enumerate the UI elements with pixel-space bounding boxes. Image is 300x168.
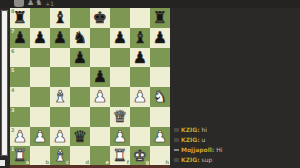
square-a5[interactable]: 5 — [10, 67, 30, 87]
square-b1[interactable]: b — [30, 146, 50, 166]
flag-icon-alt — [174, 149, 179, 151]
piece-black-queen[interactable]: ♛ — [70, 127, 90, 147]
square-h4[interactable]: ♞ — [150, 87, 170, 107]
square-c8[interactable]: ♝ — [50, 8, 70, 28]
chat-message: KZIG:sup — [174, 156, 298, 164]
captured-white-knight-icon: ♞ — [35, 0, 42, 7]
square-e3[interactable] — [90, 107, 110, 127]
top-player-bar: ♟♞+1 — [0, 0, 300, 8]
captured-pieces-tray: ♟♞+1 — [27, 0, 54, 8]
square-c1[interactable]: c♝ — [50, 146, 70, 166]
square-g7[interactable]: ♝ — [130, 28, 150, 48]
square-g1[interactable]: g♚ — [130, 146, 150, 166]
piece-white-pawn[interactable]: ♟ — [150, 127, 170, 147]
square-e4[interactable]: ♟ — [90, 87, 110, 107]
piece-white-bishop[interactable]: ♝ — [50, 146, 70, 166]
square-h7[interactable]: ♟ — [150, 28, 170, 48]
square-f8[interactable] — [110, 8, 130, 28]
page-corner — [0, 160, 5, 166]
rank-label-6: 6 — [11, 49, 14, 54]
piece-white-pawn[interactable]: ♟ — [30, 127, 50, 147]
piece-white-king[interactable]: ♚ — [130, 146, 150, 166]
piece-white-queen[interactable]: ♛ — [110, 107, 130, 127]
piece-black-bishop[interactable]: ♝ — [130, 28, 150, 48]
chat-username[interactable]: KZIG: — [181, 136, 200, 144]
square-c3[interactable] — [50, 107, 70, 127]
square-b6[interactable] — [30, 48, 50, 68]
rank-label-3: 3 — [11, 108, 14, 113]
piece-white-bishop[interactable]: ♝ — [50, 87, 70, 107]
square-b8[interactable] — [30, 8, 50, 28]
square-d1[interactable]: d — [70, 146, 90, 166]
game-screen: ♟♞+1 8♜♝♚♜7♟♟♟♞♟♝♟6♟♟5♟4♝♟♟♞3♛2♟♟♟♛♟♟1a♜… — [0, 0, 300, 168]
square-d3[interactable] — [70, 107, 90, 127]
piece-black-pawn[interactable]: ♟ — [10, 28, 30, 48]
square-b2[interactable]: ♟ — [30, 127, 50, 147]
square-g3[interactable] — [130, 107, 150, 127]
flag-icon — [174, 138, 179, 142]
captured-white-pawn-icon: ♟ — [27, 0, 34, 7]
square-h6[interactable] — [150, 48, 170, 68]
square-f1[interactable]: f♜ — [110, 146, 130, 166]
piece-white-rook[interactable]: ♜ — [110, 146, 130, 166]
rank-label-5: 5 — [11, 68, 14, 73]
square-e7[interactable] — [90, 28, 110, 48]
square-g2[interactable] — [130, 127, 150, 147]
chat-text: hi — [202, 126, 207, 134]
square-h8[interactable]: ♜ — [150, 8, 170, 28]
square-c2[interactable]: ♟ — [50, 127, 70, 147]
piece-black-bishop[interactable]: ♝ — [50, 8, 70, 28]
square-a2[interactable]: 2♟ — [10, 127, 30, 147]
chat-text: Hi — [216, 146, 222, 154]
square-f2[interactable]: ♟ — [110, 127, 130, 147]
piece-white-knight[interactable]: ♞ — [150, 87, 170, 107]
square-c6[interactable] — [50, 48, 70, 68]
square-e6[interactable] — [90, 48, 110, 68]
chat-username[interactable]: Mojjapoll: — [181, 146, 214, 154]
square-f5[interactable] — [110, 67, 130, 87]
square-e8[interactable]: ♚ — [90, 8, 110, 28]
flag-icon — [174, 128, 179, 132]
square-d6[interactable]: ♟ — [70, 48, 90, 68]
piece-black-pawn[interactable]: ♟ — [30, 28, 50, 48]
board-bottom-bar — [10, 165, 170, 168]
piece-black-pawn[interactable]: ♟ — [90, 67, 110, 87]
square-e1[interactable]: e — [90, 146, 110, 166]
chat-username[interactable]: KZIG: — [181, 126, 200, 134]
square-e2[interactable] — [90, 127, 110, 147]
piece-black-pawn[interactable]: ♟ — [70, 48, 90, 68]
scrollbar[interactable] — [1, 10, 8, 156]
square-f7[interactable]: ♟ — [110, 28, 130, 48]
square-b3[interactable] — [30, 107, 50, 127]
piece-black-knight[interactable]: ♞ — [70, 28, 90, 48]
square-f3[interactable]: ♛ — [110, 107, 130, 127]
chat-message: KZIG:hi — [174, 126, 298, 134]
avatar[interactable] — [14, 0, 24, 7]
piece-black-king[interactable]: ♚ — [90, 8, 110, 28]
square-g5[interactable] — [130, 67, 150, 87]
piece-white-pawn[interactable]: ♟ — [110, 127, 130, 147]
piece-white-pawn[interactable]: ♟ — [130, 87, 150, 107]
square-g6[interactable]: ♟ — [130, 48, 150, 68]
square-a6[interactable]: 6 — [10, 48, 30, 68]
piece-black-pawn[interactable]: ♟ — [110, 28, 130, 48]
rank-label-4: 4 — [11, 88, 14, 93]
piece-white-pawn[interactable]: ♟ — [50, 127, 70, 147]
chat-message: Mojjapoll:Hi — [174, 146, 298, 154]
piece-black-rook[interactable]: ♜ — [150, 8, 170, 28]
piece-white-pawn[interactable]: ♟ — [10, 127, 30, 147]
square-b7[interactable]: ♟ — [30, 28, 50, 48]
square-a3[interactable]: 3 — [10, 107, 30, 127]
square-d4[interactable] — [70, 87, 90, 107]
square-c7[interactable]: ♟ — [50, 28, 70, 48]
piece-white-pawn[interactable]: ♟ — [90, 87, 110, 107]
square-c5[interactable] — [50, 67, 70, 87]
square-g8[interactable] — [130, 8, 150, 28]
chat-message: KZIG:u — [174, 136, 298, 144]
square-d8[interactable] — [70, 8, 90, 28]
square-d2[interactable]: ♛ — [70, 127, 90, 147]
square-h1[interactable]: h — [150, 146, 170, 166]
square-b4[interactable] — [30, 87, 50, 107]
piece-black-pawn[interactable]: ♟ — [150, 28, 170, 48]
piece-black-rook[interactable]: ♜ — [10, 8, 30, 28]
chat-text: sup — [202, 156, 213, 164]
square-e5[interactable]: ♟ — [90, 67, 110, 87]
material-advantage: +1 — [45, 0, 54, 7]
square-h5[interactable] — [150, 67, 170, 87]
chat-username[interactable]: KZIG: — [181, 156, 200, 164]
flag-icon — [174, 158, 179, 162]
square-f6[interactable] — [110, 48, 130, 68]
square-h2[interactable]: ♟ — [150, 127, 170, 147]
square-f4[interactable] — [110, 87, 130, 107]
square-g4[interactable]: ♟ — [130, 87, 150, 107]
piece-black-pawn[interactable]: ♟ — [50, 28, 70, 48]
square-d5[interactable] — [70, 67, 90, 87]
square-d7[interactable]: ♞ — [70, 28, 90, 48]
square-h3[interactable] — [150, 107, 170, 127]
chat-text: u — [202, 136, 206, 144]
piece-white-rook[interactable]: ♜ — [10, 146, 30, 166]
square-a8[interactable]: 8♜ — [10, 8, 30, 28]
chess-board[interactable]: 8♜♝♚♜7♟♟♟♞♟♝♟6♟♟5♟4♝♟♟♞3♛2♟♟♟♛♟♟1a♜bc♝de… — [10, 8, 170, 166]
square-c4[interactable]: ♝ — [50, 87, 70, 107]
piece-black-pawn[interactable]: ♟ — [130, 48, 150, 68]
square-b5[interactable] — [30, 67, 50, 87]
square-a4[interactable]: 4 — [10, 87, 30, 107]
square-a7[interactable]: 7♟ — [10, 28, 30, 48]
square-a1[interactable]: 1a♜ — [10, 146, 30, 166]
chat-panel: KZIG:hiKZIG:uMojjapoll:HiKZIG:sup — [174, 126, 298, 164]
